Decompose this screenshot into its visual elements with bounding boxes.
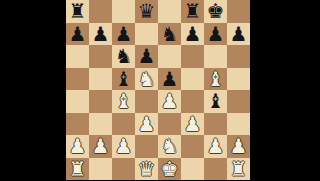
white-bishop[interactable]: ♝ [115, 90, 133, 112]
square-b3[interactable] [89, 113, 112, 136]
square-d5[interactable]: ♞ [135, 68, 158, 91]
black-pawn[interactable]: ♟ [92, 23, 110, 45]
square-g5[interactable]: ♝ [204, 68, 227, 91]
black-pawn[interactable]: ♟ [207, 23, 225, 45]
white-pawn[interactable]: ♟ [184, 113, 202, 135]
square-b7[interactable]: ♟ [89, 23, 112, 46]
square-a5[interactable] [66, 68, 89, 91]
square-f2[interactable] [181, 135, 204, 158]
square-d2[interactable] [135, 135, 158, 158]
white-pawn[interactable]: ♟ [92, 135, 110, 157]
white-king[interactable]: ♚ [161, 158, 179, 180]
square-d7[interactable] [135, 23, 158, 46]
square-g3[interactable] [204, 113, 227, 136]
square-a6[interactable] [66, 45, 89, 68]
square-c5[interactable]: ♝ [112, 68, 135, 91]
black-pawn[interactable]: ♟ [69, 23, 87, 45]
square-c4[interactable]: ♝ [112, 90, 135, 113]
black-king[interactable]: ♚ [207, 0, 225, 22]
letterbox-right [250, 0, 320, 180]
square-e8[interactable] [158, 0, 181, 23]
black-bishop[interactable]: ♝ [115, 68, 133, 90]
square-e2[interactable]: ♞ [158, 135, 181, 158]
square-f4[interactable] [181, 90, 204, 113]
white-rook[interactable]: ♜ [230, 158, 248, 180]
square-c1[interactable] [112, 158, 135, 181]
square-b6[interactable] [89, 45, 112, 68]
square-c6[interactable]: ♞ [112, 45, 135, 68]
square-e5[interactable]: ♟ [158, 68, 181, 91]
square-h2[interactable]: ♟ [227, 135, 250, 158]
square-a4[interactable] [66, 90, 89, 113]
square-a8[interactable]: ♜ [66, 0, 89, 23]
square-a1[interactable]: ♜ [66, 158, 89, 181]
black-pawn[interactable]: ♟ [138, 45, 156, 67]
square-e1[interactable]: ♚ [158, 158, 181, 181]
square-h7[interactable]: ♟ [227, 23, 250, 46]
square-a3[interactable] [66, 113, 89, 136]
white-knight[interactable]: ♞ [161, 135, 179, 157]
square-f8[interactable]: ♜ [181, 0, 204, 23]
square-g8[interactable]: ♚ [204, 0, 227, 23]
white-queen[interactable]: ♛ [138, 158, 156, 180]
square-c3[interactable] [112, 113, 135, 136]
white-pawn[interactable]: ♟ [161, 90, 179, 112]
square-d6[interactable]: ♟ [135, 45, 158, 68]
white-knight[interactable]: ♞ [138, 68, 156, 90]
white-pawn[interactable]: ♟ [115, 135, 133, 157]
square-e3[interactable] [158, 113, 181, 136]
square-d8[interactable]: ♛ [135, 0, 158, 23]
square-b4[interactable] [89, 90, 112, 113]
square-h6[interactable] [227, 45, 250, 68]
square-f3[interactable]: ♟ [181, 113, 204, 136]
square-c2[interactable]: ♟ [112, 135, 135, 158]
square-a2[interactable]: ♟ [66, 135, 89, 158]
square-c7[interactable]: ♟ [112, 23, 135, 46]
white-pawn[interactable]: ♟ [69, 135, 87, 157]
black-rook[interactable]: ♜ [69, 0, 87, 22]
square-g7[interactable]: ♟ [204, 23, 227, 46]
square-h3[interactable] [227, 113, 250, 136]
white-rook[interactable]: ♜ [69, 158, 87, 180]
square-h1[interactable]: ♜ [227, 158, 250, 181]
square-c8[interactable] [112, 0, 135, 23]
letterbox-left [0, 0, 66, 180]
square-f5[interactable] [181, 68, 204, 91]
white-pawn[interactable]: ♟ [230, 135, 248, 157]
black-knight[interactable]: ♞ [161, 23, 179, 45]
black-pawn[interactable]: ♟ [230, 23, 248, 45]
chess-board[interactable]: ♜♛♜♚♟♟♟♞♟♟♟♞♟♝♞♟♝♝♟♝♟♟♟♟♟♞♟♟♜♛♚♜ [66, 0, 250, 180]
square-e6[interactable] [158, 45, 181, 68]
square-f1[interactable] [181, 158, 204, 181]
square-d3[interactable]: ♟ [135, 113, 158, 136]
black-pawn[interactable]: ♟ [184, 23, 202, 45]
square-d1[interactable]: ♛ [135, 158, 158, 181]
square-g6[interactable] [204, 45, 227, 68]
square-g1[interactable] [204, 158, 227, 181]
square-b5[interactable] [89, 68, 112, 91]
square-d4[interactable] [135, 90, 158, 113]
square-g4[interactable]: ♝ [204, 90, 227, 113]
square-e7[interactable]: ♞ [158, 23, 181, 46]
black-queen[interactable]: ♛ [138, 0, 156, 22]
black-bishop[interactable]: ♝ [207, 90, 225, 112]
white-pawn[interactable]: ♟ [207, 135, 225, 157]
square-e4[interactable]: ♟ [158, 90, 181, 113]
square-h5[interactable] [227, 68, 250, 91]
square-h4[interactable] [227, 90, 250, 113]
square-b8[interactable] [89, 0, 112, 23]
square-g2[interactable]: ♟ [204, 135, 227, 158]
black-pawn[interactable]: ♟ [115, 23, 133, 45]
square-h8[interactable] [227, 0, 250, 23]
square-f7[interactable]: ♟ [181, 23, 204, 46]
black-pawn[interactable]: ♟ [161, 68, 179, 90]
square-a7[interactable]: ♟ [66, 23, 89, 46]
square-b2[interactable]: ♟ [89, 135, 112, 158]
square-b1[interactable] [89, 158, 112, 181]
black-rook[interactable]: ♜ [184, 0, 202, 22]
black-knight[interactable]: ♞ [115, 45, 133, 67]
white-bishop[interactable]: ♝ [207, 68, 225, 90]
square-f6[interactable] [181, 45, 204, 68]
video-frame: ♜♛♜♚♟♟♟♞♟♟♟♞♟♝♞♟♝♝♟♝♟♟♟♟♟♞♟♟♜♛♚♜ [0, 0, 320, 180]
white-pawn[interactable]: ♟ [138, 113, 156, 135]
